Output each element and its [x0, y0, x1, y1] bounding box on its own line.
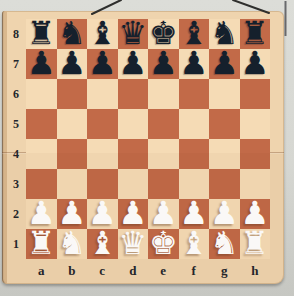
file-label-d: d — [118, 261, 149, 281]
rank-label-5: 5 — [6, 109, 26, 139]
square-d1[interactable]: ♛ — [118, 229, 149, 259]
black-pawn[interactable]: ♟ — [57, 48, 86, 78]
black-pawn[interactable]: ♟ — [149, 48, 178, 78]
rank-label-2: 2 — [6, 199, 26, 229]
file-label-g: g — [209, 261, 240, 281]
square-d5[interactable] — [118, 109, 149, 139]
black-pawn[interactable]: ♟ — [179, 48, 208, 78]
square-b4[interactable] — [57, 139, 88, 169]
square-b6[interactable] — [57, 79, 88, 109]
square-e5[interactable] — [148, 109, 179, 139]
file-label-c: c — [87, 261, 118, 281]
square-g1[interactable]: ♞ — [209, 229, 240, 259]
file-label-f: f — [179, 261, 210, 281]
square-e1[interactable]: ♚ — [148, 229, 179, 259]
square-e7[interactable]: ♟ — [148, 49, 179, 79]
square-c7[interactable]: ♟ — [87, 49, 118, 79]
rank-label-1: 1 — [6, 229, 26, 259]
square-c1[interactable]: ♝ — [87, 229, 118, 259]
square-c6[interactable] — [87, 79, 118, 109]
black-pawn[interactable]: ♟ — [240, 48, 269, 78]
rank-label-3: 3 — [6, 169, 26, 199]
square-b7[interactable]: ♟ — [57, 49, 88, 79]
white-king[interactable]: ♚ — [149, 228, 178, 258]
white-queen[interactable]: ♛ — [118, 228, 147, 258]
square-e6[interactable] — [148, 79, 179, 109]
square-a5[interactable] — [26, 109, 57, 139]
square-a4[interactable] — [26, 139, 57, 169]
file-label-h: h — [240, 261, 271, 281]
file-label-e: e — [148, 261, 179, 281]
square-d6[interactable] — [118, 79, 149, 109]
square-g4[interactable] — [209, 139, 240, 169]
square-a6[interactable] — [26, 79, 57, 109]
square-e4[interactable] — [148, 139, 179, 169]
square-f4[interactable] — [179, 139, 210, 169]
file-labels: abcdefgh — [26, 261, 270, 281]
square-h7[interactable]: ♟ — [240, 49, 271, 79]
black-pawn[interactable]: ♟ — [118, 48, 147, 78]
black-pawn[interactable]: ♟ — [88, 48, 117, 78]
white-rook[interactable]: ♜ — [240, 228, 269, 258]
rank-label-4: 4 — [6, 139, 26, 169]
square-a7[interactable]: ♟ — [26, 49, 57, 79]
square-d4[interactable] — [118, 139, 149, 169]
photo-background: ♜♞♝♛♚♝♞♜♟♟♟♟♟♟♟♟♟♟♟♟♟♟♟♟♜♞♝♛♚♝♞♜ 8765432… — [0, 0, 294, 296]
chess-demo-board: ♜♞♝♛♚♝♞♜♟♟♟♟♟♟♟♟♟♟♟♟♟♟♟♟♜♞♝♛♚♝♞♜ 8765432… — [2, 11, 284, 284]
white-knight[interactable]: ♞ — [57, 228, 86, 258]
square-h6[interactable] — [240, 79, 271, 109]
file-label-b: b — [57, 261, 88, 281]
square-f5[interactable] — [179, 109, 210, 139]
square-f1[interactable]: ♝ — [179, 229, 210, 259]
file-label-a: a — [26, 261, 57, 281]
square-a1[interactable]: ♜ — [26, 229, 57, 259]
square-b5[interactable] — [57, 109, 88, 139]
square-f7[interactable]: ♟ — [179, 49, 210, 79]
rank-label-6: 6 — [6, 79, 26, 109]
square-c5[interactable] — [87, 109, 118, 139]
white-bishop[interactable]: ♝ — [88, 228, 117, 258]
square-h5[interactable] — [240, 109, 271, 139]
white-knight[interactable]: ♞ — [210, 228, 239, 258]
square-c4[interactable] — [87, 139, 118, 169]
square-f6[interactable] — [179, 79, 210, 109]
square-d7[interactable]: ♟ — [118, 49, 149, 79]
square-b1[interactable]: ♞ — [57, 229, 88, 259]
white-bishop[interactable]: ♝ — [179, 228, 208, 258]
board-grid: ♜♞♝♛♚♝♞♜♟♟♟♟♟♟♟♟♟♟♟♟♟♟♟♟♜♞♝♛♚♝♞♜ — [26, 19, 270, 259]
square-g5[interactable] — [209, 109, 240, 139]
black-pawn[interactable]: ♟ — [27, 48, 56, 78]
white-rook[interactable]: ♜ — [27, 228, 56, 258]
rank-label-8: 8 — [6, 19, 26, 49]
square-g6[interactable] — [209, 79, 240, 109]
square-h1[interactable]: ♜ — [240, 229, 271, 259]
square-g7[interactable]: ♟ — [209, 49, 240, 79]
square-h4[interactable] — [240, 139, 271, 169]
rank-labels: 87654321 — [6, 19, 26, 259]
rank-label-7: 7 — [6, 49, 26, 79]
black-pawn[interactable]: ♟ — [210, 48, 239, 78]
